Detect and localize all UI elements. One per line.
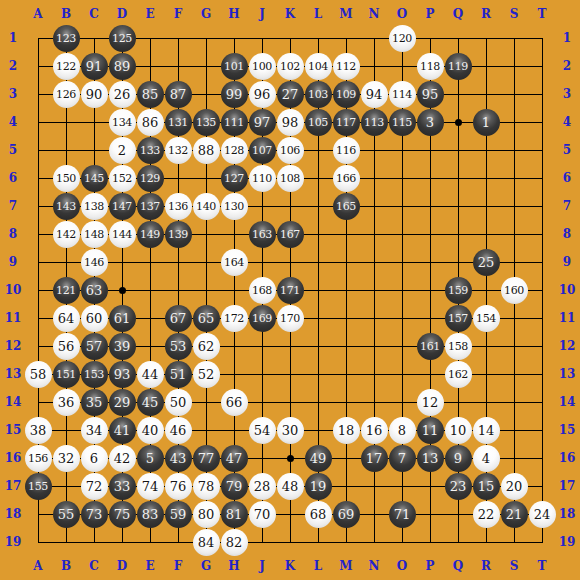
point-S8[interactable]	[500, 220, 528, 248]
point-K19[interactable]	[276, 528, 304, 556]
point-A10[interactable]	[24, 276, 52, 304]
point-G10[interactable]	[192, 276, 220, 304]
point-C9[interactable]: 146	[80, 248, 108, 276]
point-N8[interactable]	[360, 220, 388, 248]
point-O1[interactable]: 120	[388, 24, 416, 52]
point-G16[interactable]: 77	[192, 444, 220, 472]
point-B9[interactable]	[52, 248, 80, 276]
point-N19[interactable]	[360, 528, 388, 556]
point-K18[interactable]	[276, 500, 304, 528]
point-M7[interactable]: 165	[332, 192, 360, 220]
point-C2[interactable]: 91	[80, 52, 108, 80]
point-K1[interactable]	[276, 24, 304, 52]
point-H6[interactable]: 127	[220, 164, 248, 192]
point-K14[interactable]	[276, 388, 304, 416]
point-L10[interactable]	[304, 276, 332, 304]
point-J16[interactable]	[248, 444, 276, 472]
point-R6[interactable]	[472, 164, 500, 192]
point-T15[interactable]	[528, 416, 556, 444]
point-N15[interactable]: 16	[360, 416, 388, 444]
point-H4[interactable]: 111	[220, 108, 248, 136]
point-J3[interactable]: 96	[248, 80, 276, 108]
point-S15[interactable]	[500, 416, 528, 444]
point-C17[interactable]: 72	[80, 472, 108, 500]
point-P4[interactable]: 3	[416, 108, 444, 136]
point-H15[interactable]	[220, 416, 248, 444]
point-N11[interactable]	[360, 304, 388, 332]
point-A4[interactable]	[24, 108, 52, 136]
point-L13[interactable]	[304, 360, 332, 388]
point-D1[interactable]: 125	[108, 24, 136, 52]
point-O17[interactable]	[388, 472, 416, 500]
point-E6[interactable]: 129	[136, 164, 164, 192]
point-L19[interactable]	[304, 528, 332, 556]
point-S12[interactable]	[500, 332, 528, 360]
point-S16[interactable]	[500, 444, 528, 472]
point-G6[interactable]	[192, 164, 220, 192]
point-Q2[interactable]: 119	[444, 52, 472, 80]
point-T13[interactable]	[528, 360, 556, 388]
point-D17[interactable]: 33	[108, 472, 136, 500]
point-K13[interactable]	[276, 360, 304, 388]
point-C1[interactable]	[80, 24, 108, 52]
point-J6[interactable]: 110	[248, 164, 276, 192]
point-B8[interactable]: 142	[52, 220, 80, 248]
point-Q8[interactable]	[444, 220, 472, 248]
point-G13[interactable]: 52	[192, 360, 220, 388]
point-A2[interactable]	[24, 52, 52, 80]
point-P11[interactable]	[416, 304, 444, 332]
point-Q18[interactable]	[444, 500, 472, 528]
point-O7[interactable]	[388, 192, 416, 220]
point-C3[interactable]: 90	[80, 80, 108, 108]
point-G11[interactable]: 65	[192, 304, 220, 332]
point-D10[interactable]	[108, 276, 136, 304]
point-J19[interactable]	[248, 528, 276, 556]
point-P13[interactable]	[416, 360, 444, 388]
point-F6[interactable]	[164, 164, 192, 192]
board-grid[interactable]: 1231251201229189101100102104112118119126…	[24, 24, 556, 556]
point-F11[interactable]: 67	[164, 304, 192, 332]
point-R15[interactable]: 14	[472, 416, 500, 444]
point-J9[interactable]	[248, 248, 276, 276]
point-Q7[interactable]	[444, 192, 472, 220]
point-N1[interactable]	[360, 24, 388, 52]
point-K7[interactable]	[276, 192, 304, 220]
point-P3[interactable]: 95	[416, 80, 444, 108]
point-S19[interactable]	[500, 528, 528, 556]
point-O6[interactable]	[388, 164, 416, 192]
point-F14[interactable]: 50	[164, 388, 192, 416]
point-B12[interactable]: 56	[52, 332, 80, 360]
point-F12[interactable]: 53	[164, 332, 192, 360]
point-H8[interactable]	[220, 220, 248, 248]
point-H19[interactable]: 82	[220, 528, 248, 556]
point-H17[interactable]: 79	[220, 472, 248, 500]
point-F3[interactable]: 87	[164, 80, 192, 108]
point-D19[interactable]	[108, 528, 136, 556]
point-E17[interactable]: 74	[136, 472, 164, 500]
point-B15[interactable]	[52, 416, 80, 444]
point-S2[interactable]	[500, 52, 528, 80]
point-A19[interactable]	[24, 528, 52, 556]
point-B13[interactable]: 151	[52, 360, 80, 388]
point-L6[interactable]	[304, 164, 332, 192]
point-M16[interactable]	[332, 444, 360, 472]
point-O8[interactable]	[388, 220, 416, 248]
point-F2[interactable]	[164, 52, 192, 80]
point-E10[interactable]	[136, 276, 164, 304]
point-R2[interactable]	[472, 52, 500, 80]
point-J11[interactable]: 169	[248, 304, 276, 332]
point-J7[interactable]	[248, 192, 276, 220]
point-C14[interactable]: 35	[80, 388, 108, 416]
point-P14[interactable]: 12	[416, 388, 444, 416]
point-R11[interactable]: 154	[472, 304, 500, 332]
point-T2[interactable]	[528, 52, 556, 80]
point-G12[interactable]: 62	[192, 332, 220, 360]
point-F1[interactable]	[164, 24, 192, 52]
point-K4[interactable]: 98	[276, 108, 304, 136]
point-H1[interactable]	[220, 24, 248, 52]
point-E7[interactable]: 137	[136, 192, 164, 220]
point-A6[interactable]	[24, 164, 52, 192]
point-A17[interactable]: 155	[24, 472, 52, 500]
point-R3[interactable]	[472, 80, 500, 108]
point-O13[interactable]	[388, 360, 416, 388]
point-H9[interactable]: 164	[220, 248, 248, 276]
point-A8[interactable]	[24, 220, 52, 248]
point-C5[interactable]	[80, 136, 108, 164]
point-R5[interactable]	[472, 136, 500, 164]
point-S11[interactable]	[500, 304, 528, 332]
point-A15[interactable]: 38	[24, 416, 52, 444]
point-B14[interactable]: 36	[52, 388, 80, 416]
point-J1[interactable]	[248, 24, 276, 52]
point-E3[interactable]: 85	[136, 80, 164, 108]
point-Q6[interactable]	[444, 164, 472, 192]
point-H16[interactable]: 47	[220, 444, 248, 472]
point-A14[interactable]	[24, 388, 52, 416]
point-P7[interactable]	[416, 192, 444, 220]
point-S18[interactable]: 21	[500, 500, 528, 528]
point-S9[interactable]	[500, 248, 528, 276]
point-G2[interactable]	[192, 52, 220, 80]
point-L8[interactable]	[304, 220, 332, 248]
point-O10[interactable]	[388, 276, 416, 304]
point-N16[interactable]: 17	[360, 444, 388, 472]
point-J17[interactable]: 28	[248, 472, 276, 500]
point-P9[interactable]	[416, 248, 444, 276]
point-E11[interactable]	[136, 304, 164, 332]
point-M13[interactable]	[332, 360, 360, 388]
point-K11[interactable]: 170	[276, 304, 304, 332]
point-B7[interactable]: 143	[52, 192, 80, 220]
point-J18[interactable]: 70	[248, 500, 276, 528]
point-P19[interactable]	[416, 528, 444, 556]
point-B6[interactable]: 150	[52, 164, 80, 192]
point-F17[interactable]: 76	[164, 472, 192, 500]
point-S3[interactable]	[500, 80, 528, 108]
point-M3[interactable]: 109	[332, 80, 360, 108]
point-A16[interactable]: 156	[24, 444, 52, 472]
point-C13[interactable]: 153	[80, 360, 108, 388]
point-K2[interactable]: 102	[276, 52, 304, 80]
point-S17[interactable]: 20	[500, 472, 528, 500]
point-T7[interactable]	[528, 192, 556, 220]
point-M6[interactable]: 166	[332, 164, 360, 192]
point-K3[interactable]: 27	[276, 80, 304, 108]
point-D8[interactable]: 144	[108, 220, 136, 248]
point-G5[interactable]: 88	[192, 136, 220, 164]
point-M10[interactable]	[332, 276, 360, 304]
point-H3[interactable]: 99	[220, 80, 248, 108]
point-E12[interactable]	[136, 332, 164, 360]
point-F18[interactable]: 59	[164, 500, 192, 528]
point-E15[interactable]: 40	[136, 416, 164, 444]
point-T18[interactable]: 24	[528, 500, 556, 528]
point-B16[interactable]: 32	[52, 444, 80, 472]
point-M15[interactable]: 18	[332, 416, 360, 444]
point-T10[interactable]	[528, 276, 556, 304]
point-H13[interactable]	[220, 360, 248, 388]
point-F7[interactable]: 136	[164, 192, 192, 220]
point-C7[interactable]: 138	[80, 192, 108, 220]
point-S6[interactable]	[500, 164, 528, 192]
point-L14[interactable]	[304, 388, 332, 416]
point-K17[interactable]: 48	[276, 472, 304, 500]
point-H2[interactable]: 101	[220, 52, 248, 80]
point-K12[interactable]	[276, 332, 304, 360]
point-R14[interactable]	[472, 388, 500, 416]
point-B4[interactable]	[52, 108, 80, 136]
point-D5[interactable]: 2	[108, 136, 136, 164]
point-P18[interactable]	[416, 500, 444, 528]
point-B2[interactable]: 122	[52, 52, 80, 80]
point-F10[interactable]	[164, 276, 192, 304]
point-L2[interactable]: 104	[304, 52, 332, 80]
point-H18[interactable]: 81	[220, 500, 248, 528]
point-D12[interactable]: 39	[108, 332, 136, 360]
point-F19[interactable]	[164, 528, 192, 556]
point-N2[interactable]	[360, 52, 388, 80]
point-C18[interactable]: 73	[80, 500, 108, 528]
point-D15[interactable]: 41	[108, 416, 136, 444]
point-E14[interactable]: 45	[136, 388, 164, 416]
point-M1[interactable]	[332, 24, 360, 52]
point-P1[interactable]	[416, 24, 444, 52]
point-E16[interactable]: 5	[136, 444, 164, 472]
point-N18[interactable]	[360, 500, 388, 528]
point-B19[interactable]	[52, 528, 80, 556]
point-S13[interactable]	[500, 360, 528, 388]
point-M2[interactable]: 112	[332, 52, 360, 80]
point-O18[interactable]: 71	[388, 500, 416, 528]
point-Q11[interactable]: 157	[444, 304, 472, 332]
point-G17[interactable]: 78	[192, 472, 220, 500]
point-C4[interactable]	[80, 108, 108, 136]
point-Q19[interactable]	[444, 528, 472, 556]
point-T19[interactable]	[528, 528, 556, 556]
point-N17[interactable]	[360, 472, 388, 500]
point-C10[interactable]: 63	[80, 276, 108, 304]
point-P5[interactable]	[416, 136, 444, 164]
point-P8[interactable]	[416, 220, 444, 248]
point-O11[interactable]	[388, 304, 416, 332]
point-N6[interactable]	[360, 164, 388, 192]
point-N3[interactable]: 94	[360, 80, 388, 108]
point-R12[interactable]	[472, 332, 500, 360]
point-T1[interactable]	[528, 24, 556, 52]
point-R10[interactable]	[472, 276, 500, 304]
point-G19[interactable]: 84	[192, 528, 220, 556]
point-T12[interactable]	[528, 332, 556, 360]
point-C11[interactable]: 60	[80, 304, 108, 332]
point-H12[interactable]	[220, 332, 248, 360]
point-Q12[interactable]: 158	[444, 332, 472, 360]
point-D7[interactable]: 147	[108, 192, 136, 220]
point-L15[interactable]	[304, 416, 332, 444]
point-N4[interactable]: 113	[360, 108, 388, 136]
point-G4[interactable]: 135	[192, 108, 220, 136]
point-Q16[interactable]: 9	[444, 444, 472, 472]
point-F15[interactable]: 46	[164, 416, 192, 444]
point-K15[interactable]: 30	[276, 416, 304, 444]
point-C19[interactable]	[80, 528, 108, 556]
point-E5[interactable]: 133	[136, 136, 164, 164]
point-M5[interactable]: 116	[332, 136, 360, 164]
point-C15[interactable]: 34	[80, 416, 108, 444]
point-O4[interactable]: 115	[388, 108, 416, 136]
point-L18[interactable]: 68	[304, 500, 332, 528]
point-F4[interactable]: 131	[164, 108, 192, 136]
point-A3[interactable]	[24, 80, 52, 108]
point-M14[interactable]	[332, 388, 360, 416]
point-G15[interactable]	[192, 416, 220, 444]
point-A18[interactable]	[24, 500, 52, 528]
point-B10[interactable]: 121	[52, 276, 80, 304]
point-R8[interactable]	[472, 220, 500, 248]
point-L3[interactable]: 103	[304, 80, 332, 108]
point-D13[interactable]: 93	[108, 360, 136, 388]
point-R13[interactable]	[472, 360, 500, 388]
point-P17[interactable]	[416, 472, 444, 500]
point-J5[interactable]: 107	[248, 136, 276, 164]
point-K16[interactable]	[276, 444, 304, 472]
point-J2[interactable]: 100	[248, 52, 276, 80]
point-A5[interactable]	[24, 136, 52, 164]
point-R18[interactable]: 22	[472, 500, 500, 528]
point-B18[interactable]: 55	[52, 500, 80, 528]
point-Q15[interactable]: 10	[444, 416, 472, 444]
point-T3[interactable]	[528, 80, 556, 108]
point-J13[interactable]	[248, 360, 276, 388]
point-D16[interactable]: 42	[108, 444, 136, 472]
point-L7[interactable]	[304, 192, 332, 220]
point-D6[interactable]: 152	[108, 164, 136, 192]
point-E1[interactable]	[136, 24, 164, 52]
point-B1[interactable]: 123	[52, 24, 80, 52]
point-L9[interactable]	[304, 248, 332, 276]
point-F9[interactable]	[164, 248, 192, 276]
point-A7[interactable]	[24, 192, 52, 220]
point-K5[interactable]: 106	[276, 136, 304, 164]
point-E18[interactable]: 83	[136, 500, 164, 528]
point-H14[interactable]: 66	[220, 388, 248, 416]
point-K6[interactable]: 108	[276, 164, 304, 192]
point-P2[interactable]: 118	[416, 52, 444, 80]
point-N12[interactable]	[360, 332, 388, 360]
point-P10[interactable]	[416, 276, 444, 304]
point-O16[interactable]: 7	[388, 444, 416, 472]
point-O2[interactable]	[388, 52, 416, 80]
point-E8[interactable]: 149	[136, 220, 164, 248]
point-A12[interactable]	[24, 332, 52, 360]
point-G18[interactable]: 80	[192, 500, 220, 528]
point-T8[interactable]	[528, 220, 556, 248]
point-N14[interactable]	[360, 388, 388, 416]
point-T14[interactable]	[528, 388, 556, 416]
point-Q5[interactable]	[444, 136, 472, 164]
point-M11[interactable]	[332, 304, 360, 332]
point-S5[interactable]	[500, 136, 528, 164]
point-D3[interactable]: 26	[108, 80, 136, 108]
point-E2[interactable]	[136, 52, 164, 80]
point-S14[interactable]	[500, 388, 528, 416]
point-E9[interactable]	[136, 248, 164, 276]
point-T11[interactable]	[528, 304, 556, 332]
point-B3[interactable]: 126	[52, 80, 80, 108]
point-L16[interactable]: 49	[304, 444, 332, 472]
point-O12[interactable]	[388, 332, 416, 360]
point-L4[interactable]: 105	[304, 108, 332, 136]
point-Q1[interactable]	[444, 24, 472, 52]
point-Q9[interactable]	[444, 248, 472, 276]
point-L1[interactable]	[304, 24, 332, 52]
point-H11[interactable]: 172	[220, 304, 248, 332]
point-M18[interactable]: 69	[332, 500, 360, 528]
point-O3[interactable]: 114	[388, 80, 416, 108]
point-M12[interactable]	[332, 332, 360, 360]
point-P6[interactable]	[416, 164, 444, 192]
point-M17[interactable]	[332, 472, 360, 500]
point-J8[interactable]: 163	[248, 220, 276, 248]
point-G14[interactable]	[192, 388, 220, 416]
point-J4[interactable]: 97	[248, 108, 276, 136]
point-A13[interactable]: 58	[24, 360, 52, 388]
point-C6[interactable]: 145	[80, 164, 108, 192]
point-M9[interactable]	[332, 248, 360, 276]
point-N7[interactable]	[360, 192, 388, 220]
point-R16[interactable]: 4	[472, 444, 500, 472]
point-K10[interactable]: 171	[276, 276, 304, 304]
point-S7[interactable]	[500, 192, 528, 220]
point-L17[interactable]: 19	[304, 472, 332, 500]
point-R4[interactable]: 1	[472, 108, 500, 136]
point-B5[interactable]	[52, 136, 80, 164]
point-O9[interactable]	[388, 248, 416, 276]
point-O19[interactable]	[388, 528, 416, 556]
point-E4[interactable]: 86	[136, 108, 164, 136]
point-L12[interactable]	[304, 332, 332, 360]
point-O15[interactable]: 8	[388, 416, 416, 444]
point-T16[interactable]	[528, 444, 556, 472]
point-E19[interactable]	[136, 528, 164, 556]
point-D14[interactable]: 29	[108, 388, 136, 416]
point-Q10[interactable]: 159	[444, 276, 472, 304]
point-R1[interactable]	[472, 24, 500, 52]
point-T6[interactable]	[528, 164, 556, 192]
